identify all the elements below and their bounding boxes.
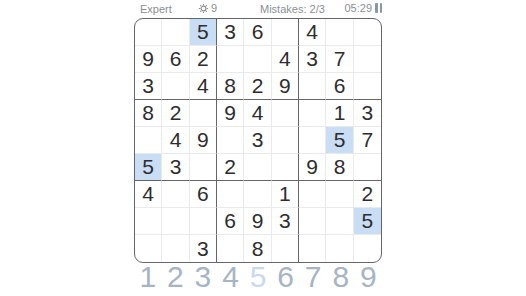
cell-r2c1[interactable]: 9: [135, 46, 162, 73]
cell-r9c9[interactable]: [354, 235, 381, 262]
cell-r6c8[interactable]: 8: [326, 154, 353, 181]
cell-r5c1[interactable]: [135, 127, 162, 154]
cell-r8c4[interactable]: 6: [217, 208, 244, 235]
cell-r6c7[interactable]: 9: [299, 154, 326, 181]
cell-r2c7[interactable]: 3: [299, 46, 326, 73]
pause-button[interactable]: [375, 3, 382, 13]
numpad-digit-6[interactable]: 6: [272, 260, 300, 294]
timer-group: 05:29: [344, 2, 382, 14]
cell-r9c7[interactable]: [299, 235, 326, 262]
cell-r1c9[interactable]: [354, 19, 381, 46]
cell-r5c5[interactable]: 3: [244, 127, 271, 154]
cell-r8c2[interactable]: [162, 208, 189, 235]
hint-count: 9: [211, 2, 217, 14]
cell-r3c6[interactable]: 9: [272, 73, 299, 100]
cell-r2c4[interactable]: [217, 46, 244, 73]
difficulty-label: Expert: [140, 3, 172, 15]
numpad-digit-9[interactable]: 9: [355, 260, 383, 294]
cell-r4c7[interactable]: [299, 100, 326, 127]
cell-r8c7[interactable]: [299, 208, 326, 235]
cell-r8c6[interactable]: 3: [272, 208, 299, 235]
cell-r2c2[interactable]: 6: [162, 46, 189, 73]
cell-r5c2[interactable]: 4: [162, 127, 189, 154]
cell-r4c1[interactable]: 8: [135, 100, 162, 127]
cell-r5c8[interactable]: 5: [326, 127, 353, 154]
cell-r3c4[interactable]: 8: [217, 73, 244, 100]
cell-r5c6[interactable]: [272, 127, 299, 154]
gear-icon: [198, 3, 209, 14]
cell-r4c9[interactable]: 3: [354, 100, 381, 127]
cell-r3c3[interactable]: 4: [190, 73, 217, 100]
cell-r6c1[interactable]: 5: [135, 154, 162, 181]
cell-r9c6[interactable]: [272, 235, 299, 262]
cell-r9c5[interactable]: 8: [244, 235, 271, 262]
cell-r4c6[interactable]: [272, 100, 299, 127]
cell-r7c2[interactable]: [162, 181, 189, 208]
cell-r4c5[interactable]: 4: [244, 100, 271, 127]
cell-r7c8[interactable]: [326, 181, 353, 208]
cell-r6c4[interactable]: 2: [217, 154, 244, 181]
cell-r8c5[interactable]: 9: [244, 208, 271, 235]
cell-r3c5[interactable]: 2: [244, 73, 271, 100]
cell-r1c5[interactable]: 6: [244, 19, 271, 46]
cell-r7c3[interactable]: 6: [190, 181, 217, 208]
hint-button[interactable]: 9: [198, 2, 217, 14]
cell-r6c6[interactable]: [272, 154, 299, 181]
cell-r2c3[interactable]: 2: [190, 46, 217, 73]
cell-r8c8[interactable]: [326, 208, 353, 235]
cell-r2c8[interactable]: 7: [326, 46, 353, 73]
cell-r9c1[interactable]: [135, 235, 162, 262]
cell-r8c1[interactable]: [135, 208, 162, 235]
cell-r7c7[interactable]: [299, 181, 326, 208]
sudoku-board: 5364962437348296829413493575329846126935…: [134, 18, 382, 263]
top-bar: Expert 9 Mistakes: 2/3 05:29: [134, 0, 382, 18]
cell-r7c6[interactable]: 1: [272, 181, 299, 208]
cell-r6c2[interactable]: 3: [162, 154, 189, 181]
numpad-digit-4[interactable]: 4: [217, 260, 245, 294]
cell-r2c6[interactable]: 4: [272, 46, 299, 73]
cell-r3c1[interactable]: 3: [135, 73, 162, 100]
cell-r1c7[interactable]: 4: [299, 19, 326, 46]
numpad-digit-8[interactable]: 8: [327, 260, 355, 294]
cell-r1c8[interactable]: [326, 19, 353, 46]
cell-r1c4[interactable]: 3: [217, 19, 244, 46]
cell-r7c4[interactable]: [217, 181, 244, 208]
cell-r5c4[interactable]: [217, 127, 244, 154]
cell-r7c5[interactable]: [244, 181, 271, 208]
cell-r3c7[interactable]: [299, 73, 326, 100]
cell-r3c2[interactable]: [162, 73, 189, 100]
cell-r6c3[interactable]: [190, 154, 217, 181]
cell-r4c3[interactable]: [190, 100, 217, 127]
numpad-digit-7[interactable]: 7: [299, 260, 327, 294]
cell-r9c4[interactable]: [217, 235, 244, 262]
cell-r2c5[interactable]: [244, 46, 271, 73]
cell-r3c8[interactable]: 6: [326, 73, 353, 100]
cell-r6c9[interactable]: [354, 154, 381, 181]
cell-r9c2[interactable]: [162, 235, 189, 262]
cell-r4c4[interactable]: 9: [217, 100, 244, 127]
cell-r1c2[interactable]: [162, 19, 189, 46]
cell-r9c8[interactable]: [326, 235, 353, 262]
cell-r1c6[interactable]: [272, 19, 299, 46]
cell-r1c3[interactable]: 5: [190, 19, 217, 46]
numpad-digit-2[interactable]: 2: [162, 260, 190, 294]
numpad-digit-1[interactable]: 1: [134, 260, 162, 294]
mistakes-label: Mistakes: 2/3: [260, 3, 325, 15]
cell-r4c8[interactable]: 1: [326, 100, 353, 127]
cell-r5c7[interactable]: [299, 127, 326, 154]
cell-r2c9[interactable]: [354, 46, 381, 73]
cell-r9c3[interactable]: 3: [190, 235, 217, 262]
cell-r1c1[interactable]: [135, 19, 162, 46]
cell-r8c3[interactable]: [190, 208, 217, 235]
cell-r3c9[interactable]: [354, 73, 381, 100]
cell-r8c9[interactable]: 5: [354, 208, 381, 235]
cell-r4c2[interactable]: 2: [162, 100, 189, 127]
number-pad: 123456789: [134, 260, 382, 294]
cell-r7c9[interactable]: 2: [354, 181, 381, 208]
timer-label: 05:29: [344, 2, 372, 14]
numpad-digit-5[interactable]: 5: [244, 260, 272, 294]
cell-r7c1[interactable]: 4: [135, 181, 162, 208]
cell-r6c5[interactable]: [244, 154, 271, 181]
cell-r5c3[interactable]: 9: [190, 127, 217, 154]
cell-r5c9[interactable]: 7: [354, 127, 381, 154]
numpad-digit-3[interactable]: 3: [189, 260, 217, 294]
